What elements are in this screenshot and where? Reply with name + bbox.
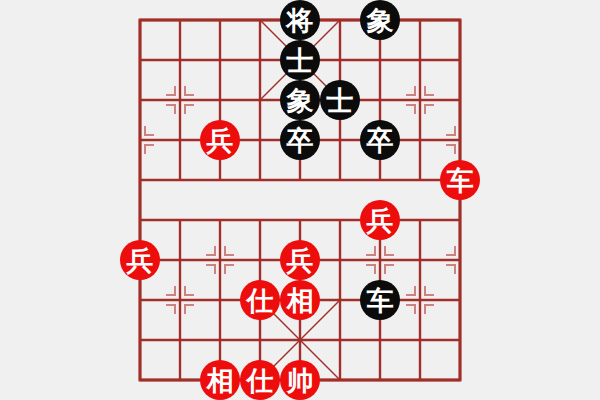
piece-red-soldier-4[interactable]: 兵 (280, 240, 320, 280)
piece-black-soldier-1[interactable]: 卒 (280, 120, 320, 160)
piece-black-general[interactable]: 将 (280, 0, 320, 40)
piece-black-chariot[interactable]: 车 (360, 280, 400, 320)
piece-black-advisor-2[interactable]: 士 (320, 80, 360, 120)
piece-red-soldier-3[interactable]: 兵 (120, 240, 160, 280)
piece-red-elephant-1[interactable]: 相 (280, 280, 320, 320)
piece-black-soldier-2[interactable]: 卒 (360, 120, 400, 160)
xiangqi-board[interactable]: 将象士象士兵卒卒车兵兵兵仕相车相仕帅 (0, 0, 600, 400)
piece-black-elephant-2[interactable]: 象 (280, 80, 320, 120)
piece-red-general[interactable]: 帅 (280, 360, 320, 400)
piece-red-soldier-1[interactable]: 兵 (200, 120, 240, 160)
piece-black-advisor-1[interactable]: 士 (280, 40, 320, 80)
piece-red-elephant-2[interactable]: 相 (200, 360, 240, 400)
piece-red-soldier-2[interactable]: 兵 (360, 200, 400, 240)
piece-red-advisor-1[interactable]: 仕 (240, 280, 280, 320)
pieces-layer: 将象士象士兵卒卒车兵兵兵仕相车相仕帅 (0, 0, 600, 400)
piece-red-advisor-2[interactable]: 仕 (240, 360, 280, 400)
app-window: 将象士象士兵卒卒车兵兵兵仕相车相仕帅 (0, 0, 600, 400)
piece-black-elephant-1[interactable]: 象 (360, 0, 400, 40)
piece-red-chariot[interactable]: 车 (440, 160, 480, 200)
